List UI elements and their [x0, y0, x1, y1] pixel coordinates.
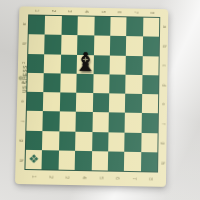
board-square[interactable]: [59, 112, 76, 132]
board-square[interactable]: [108, 151, 125, 171]
board-square[interactable]: [125, 113, 142, 133]
board-square[interactable]: [141, 152, 158, 172]
board-square[interactable]: [44, 54, 61, 73]
board-square[interactable]: [108, 132, 125, 152]
board-square[interactable]: [75, 131, 92, 151]
board-square[interactable]: ♝: [77, 54, 94, 73]
rank-label: 1: [28, 168, 37, 185]
brand-logo-icon: ◍: [19, 76, 24, 82]
brand-mark: ◍ US CHESS: [18, 56, 26, 102]
board-square[interactable]: [27, 92, 44, 112]
board-square[interactable]: [109, 55, 126, 74]
board-square[interactable]: [91, 151, 108, 171]
board-square[interactable]: [58, 150, 75, 170]
board-square[interactable]: [94, 17, 111, 36]
board-square[interactable]: ❖: [25, 150, 42, 170]
board-square[interactable]: [92, 132, 109, 152]
board-square[interactable]: [110, 36, 127, 55]
board-square[interactable]: [43, 92, 60, 112]
board-square[interactable]: [92, 93, 109, 113]
rank-label: 4: [78, 169, 87, 186]
rank-label: 6: [112, 170, 121, 187]
black-bishop-piece[interactable]: ♝: [73, 49, 97, 75]
board-square[interactable]: [109, 74, 126, 93]
corner-ornament-icon: ❖: [28, 153, 39, 165]
rank-label: 8: [145, 170, 154, 187]
board-square[interactable]: [76, 112, 93, 132]
board-square[interactable]: [142, 37, 159, 56]
board-square[interactable]: [44, 73, 61, 92]
board-square[interactable]: [125, 94, 142, 114]
board-square[interactable]: [76, 93, 93, 113]
board-square[interactable]: [141, 113, 158, 133]
board-square[interactable]: [141, 132, 158, 152]
board-square[interactable]: [42, 131, 59, 151]
board-square[interactable]: [110, 17, 127, 36]
board-square[interactable]: [28, 54, 45, 73]
board-grid: ♝❖: [24, 14, 160, 172]
rank-label: 2: [45, 169, 54, 186]
rank-labels-bottom: 12345678: [24, 172, 158, 184]
board-square[interactable]: [78, 16, 95, 35]
board-square[interactable]: [28, 34, 45, 53]
board-square[interactable]: [26, 111, 43, 131]
board-square[interactable]: [142, 56, 159, 75]
board-square[interactable]: [26, 130, 43, 150]
rank-label: 5: [95, 170, 104, 187]
board-square[interactable]: [45, 35, 62, 54]
board-square[interactable]: [29, 15, 46, 34]
board-square[interactable]: [109, 93, 126, 113]
board-square[interactable]: [61, 16, 78, 35]
board-square[interactable]: [124, 132, 141, 152]
board-square[interactable]: [142, 94, 159, 114]
rank-label: 3: [61, 169, 70, 186]
board-square[interactable]: [92, 112, 109, 132]
board-square[interactable]: [108, 113, 125, 133]
board-square[interactable]: [124, 152, 141, 172]
board-square[interactable]: [45, 16, 62, 35]
photo-background: ♝❖ 12345678 12345678 abcdefgh abcdefgh ◍…: [0, 0, 200, 200]
board-square[interactable]: [60, 92, 77, 112]
board-square[interactable]: [126, 17, 143, 36]
board-square[interactable]: [75, 151, 92, 171]
chess-mat: ♝❖ 12345678 12345678 abcdefgh abcdefgh ◍…: [15, 6, 168, 186]
board-square[interactable]: [59, 131, 76, 151]
board-square[interactable]: [126, 36, 143, 55]
rank-label: 7: [128, 170, 137, 187]
board-square[interactable]: [143, 18, 160, 37]
board-square[interactable]: [27, 73, 44, 92]
board-square[interactable]: [125, 74, 142, 93]
board-square[interactable]: [42, 150, 59, 170]
board-square[interactable]: [142, 75, 159, 94]
board-square[interactable]: [43, 111, 60, 131]
board-square[interactable]: [126, 55, 143, 74]
